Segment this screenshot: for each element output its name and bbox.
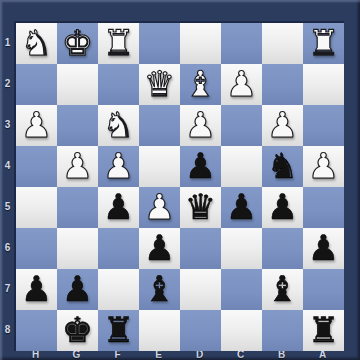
- rank-label-3: 3: [0, 104, 15, 145]
- white-pawn[interactable]: ♟: [103, 146, 134, 187]
- square-f5[interactable]: ♟: [98, 187, 139, 228]
- square-d6[interactable]: [180, 228, 221, 269]
- square-f8[interactable]: ♜: [98, 310, 139, 351]
- white-pawn[interactable]: ♟: [185, 105, 216, 146]
- square-c6[interactable]: [221, 228, 262, 269]
- square-f4[interactable]: ♟: [98, 146, 139, 187]
- square-a1[interactable]: ♜: [303, 23, 344, 64]
- white-rook[interactable]: ♜: [308, 23, 339, 64]
- rank-label-6: 6: [0, 227, 15, 268]
- white-queen[interactable]: ♛: [144, 64, 175, 105]
- black-pawn[interactable]: ♟: [267, 187, 298, 228]
- square-d2[interactable]: ♝: [180, 64, 221, 105]
- white-pawn[interactable]: ♟: [267, 105, 298, 146]
- square-a7[interactable]: [303, 269, 344, 310]
- rank-label-1: 1: [0, 22, 15, 63]
- square-e3[interactable]: [139, 105, 180, 146]
- white-king[interactable]: ♚: [62, 23, 93, 64]
- square-h2[interactable]: [16, 64, 57, 105]
- black-pawn[interactable]: ♟: [103, 187, 134, 228]
- black-pawn[interactable]: ♟: [62, 269, 93, 310]
- black-king[interactable]: ♚: [62, 310, 93, 351]
- black-pawn[interactable]: ♟: [185, 146, 216, 187]
- square-d7[interactable]: [180, 269, 221, 310]
- square-c7[interactable]: [221, 269, 262, 310]
- black-rook[interactable]: ♜: [103, 310, 134, 351]
- square-h4[interactable]: [16, 146, 57, 187]
- square-h8[interactable]: [16, 310, 57, 351]
- black-bishop[interactable]: ♝: [144, 269, 175, 310]
- square-c1[interactable]: [221, 23, 262, 64]
- rank-labels: 12345678: [0, 22, 15, 350]
- rank-label-7: 7: [0, 268, 15, 309]
- black-rook[interactable]: ♜: [308, 310, 339, 351]
- square-b1[interactable]: [262, 23, 303, 64]
- square-g1[interactable]: ♚: [57, 23, 98, 64]
- black-pawn[interactable]: ♟: [308, 228, 339, 269]
- square-g8[interactable]: ♚: [57, 310, 98, 351]
- square-h6[interactable]: [16, 228, 57, 269]
- square-g6[interactable]: [57, 228, 98, 269]
- square-g7[interactable]: ♟: [57, 269, 98, 310]
- square-a3[interactable]: [303, 105, 344, 146]
- square-a8[interactable]: ♜: [303, 310, 344, 351]
- square-c8[interactable]: [221, 310, 262, 351]
- square-e2[interactable]: ♛: [139, 64, 180, 105]
- square-h3[interactable]: ♟: [16, 105, 57, 146]
- square-h5[interactable]: [16, 187, 57, 228]
- white-bishop[interactable]: ♝: [185, 64, 216, 105]
- black-pawn[interactable]: ♟: [21, 269, 52, 310]
- square-f2[interactable]: [98, 64, 139, 105]
- square-c2[interactable]: ♟: [221, 64, 262, 105]
- rank-label-8: 8: [0, 309, 15, 350]
- white-pawn[interactable]: ♟: [21, 105, 52, 146]
- square-a6[interactable]: ♟: [303, 228, 344, 269]
- white-pawn[interactable]: ♟: [144, 187, 175, 228]
- square-e6[interactable]: ♟: [139, 228, 180, 269]
- square-a5[interactable]: [303, 187, 344, 228]
- square-d3[interactable]: ♟: [180, 105, 221, 146]
- square-f7[interactable]: [98, 269, 139, 310]
- square-g3[interactable]: [57, 105, 98, 146]
- square-b2[interactable]: [262, 64, 303, 105]
- square-b4[interactable]: ♞: [262, 146, 303, 187]
- rank-label-4: 4: [0, 145, 15, 186]
- square-f1[interactable]: ♜: [98, 23, 139, 64]
- rank-label-5: 5: [0, 186, 15, 227]
- white-pawn[interactable]: ♟: [226, 64, 257, 105]
- black-bishop[interactable]: ♝: [267, 269, 298, 310]
- white-knight[interactable]: ♞: [21, 23, 52, 64]
- square-c5[interactable]: ♟: [221, 187, 262, 228]
- square-d5[interactable]: ♛: [180, 187, 221, 228]
- black-pawn[interactable]: ♟: [144, 228, 175, 269]
- square-b7[interactable]: ♝: [262, 269, 303, 310]
- square-f6[interactable]: [98, 228, 139, 269]
- white-rook[interactable]: ♜: [103, 23, 134, 64]
- white-pawn[interactable]: ♟: [308, 146, 339, 187]
- black-knight[interactable]: ♞: [267, 146, 298, 187]
- square-e8[interactable]: [139, 310, 180, 351]
- square-e5[interactable]: ♟: [139, 187, 180, 228]
- square-g5[interactable]: [57, 187, 98, 228]
- square-e1[interactable]: [139, 23, 180, 64]
- square-e4[interactable]: [139, 146, 180, 187]
- rank-label-2: 2: [0, 63, 15, 104]
- square-f3[interactable]: ♞: [98, 105, 139, 146]
- square-h7[interactable]: ♟: [16, 269, 57, 310]
- square-b3[interactable]: ♟: [262, 105, 303, 146]
- white-pawn[interactable]: ♟: [62, 146, 93, 187]
- square-g4[interactable]: ♟: [57, 146, 98, 187]
- square-b6[interactable]: [262, 228, 303, 269]
- square-a2[interactable]: [303, 64, 344, 105]
- white-knight[interactable]: ♞: [103, 105, 134, 146]
- square-d8[interactable]: [180, 310, 221, 351]
- square-b8[interactable]: [262, 310, 303, 351]
- chess-board-frame: 12345678 HGFEDCBA ♞♚♜♜♛♝♟♟♞♟♟♟♟♟♞♟♟♟♛♟♟♟…: [0, 0, 360, 360]
- square-b5[interactable]: ♟: [262, 187, 303, 228]
- square-g2[interactable]: [57, 64, 98, 105]
- square-c3[interactable]: [221, 105, 262, 146]
- chess-board: ♞♚♜♜♛♝♟♟♞♟♟♟♟♟♞♟♟♟♛♟♟♟♟♟♟♝♝♚♜♜: [15, 22, 343, 350]
- square-c4[interactable]: [221, 146, 262, 187]
- square-a4[interactable]: ♟: [303, 146, 344, 187]
- black-queen[interactable]: ♛: [185, 187, 216, 228]
- square-e7[interactable]: ♝: [139, 269, 180, 310]
- square-d1[interactable]: [180, 23, 221, 64]
- black-pawn[interactable]: ♟: [226, 187, 257, 228]
- square-h1[interactable]: ♞: [16, 23, 57, 64]
- square-d4[interactable]: ♟: [180, 146, 221, 187]
